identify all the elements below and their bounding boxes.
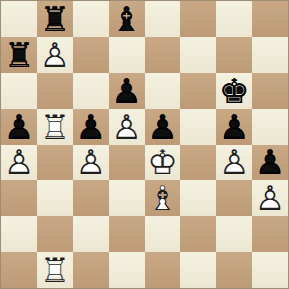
square-c2[interactable] (73, 216, 109, 252)
square-d4[interactable] (109, 145, 145, 181)
square-a6[interactable] (1, 73, 37, 109)
square-f8[interactable] (180, 1, 216, 37)
white-pawn-outline-icon: ♙ (216, 145, 252, 181)
white-pawn-outline-icon: ♙ (37, 37, 73, 73)
square-e3[interactable]: ♝♗ (145, 180, 181, 216)
square-f2[interactable] (180, 216, 216, 252)
square-d7[interactable] (109, 37, 145, 73)
square-d6[interactable]: ♟♙ (109, 73, 145, 109)
square-c8[interactable] (73, 1, 109, 37)
chess-board: ♜♖♝♗♜♖♟♙♟♙♚♔♟♙♜♖♟♙♟♙♟♙♟♙♟♙♟♙♚♔♟♙♟♙♝♗♟♙♜♖ (0, 0, 289, 289)
black-pawn-outline-icon: ♙ (109, 73, 145, 109)
square-g1[interactable] (216, 252, 252, 288)
piece-white-pawn: ♟♙ (252, 180, 288, 216)
white-king-outline-icon: ♔ (145, 145, 181, 181)
black-pawn-outline-icon: ♙ (252, 145, 288, 181)
square-a4[interactable]: ♟♙ (1, 145, 37, 181)
square-f7[interactable] (180, 37, 216, 73)
piece-black-rook: ♜♖ (1, 37, 37, 73)
square-b1[interactable]: ♜♖ (37, 252, 73, 288)
black-rook-outline-icon: ♖ (37, 1, 73, 37)
square-e2[interactable] (145, 216, 181, 252)
square-c3[interactable] (73, 180, 109, 216)
white-rook-outline-icon: ♖ (37, 109, 73, 145)
square-a8[interactable] (1, 1, 37, 37)
square-g5[interactable]: ♟♙ (216, 109, 252, 145)
square-e8[interactable] (145, 1, 181, 37)
square-h3[interactable]: ♟♙ (252, 180, 288, 216)
square-f6[interactable] (180, 73, 216, 109)
square-d1[interactable] (109, 252, 145, 288)
white-rook-outline-icon: ♖ (37, 252, 73, 288)
square-g8[interactable] (216, 1, 252, 37)
piece-white-bishop: ♝♗ (145, 180, 181, 216)
piece-black-king: ♚♔ (216, 73, 252, 109)
square-b5[interactable]: ♜♖ (37, 109, 73, 145)
piece-black-pawn: ♟♙ (1, 109, 37, 145)
square-a1[interactable] (1, 252, 37, 288)
square-e4[interactable]: ♚♔ (145, 145, 181, 181)
square-d3[interactable] (109, 180, 145, 216)
black-pawn-outline-icon: ♙ (216, 109, 252, 145)
square-a5[interactable]: ♟♙ (1, 109, 37, 145)
piece-white-pawn: ♟♙ (37, 37, 73, 73)
square-a7[interactable]: ♜♖ (1, 37, 37, 73)
square-h4[interactable]: ♟♙ (252, 145, 288, 181)
piece-white-pawn: ♟♙ (109, 109, 145, 145)
white-bishop-outline-icon: ♗ (145, 180, 181, 216)
square-a2[interactable] (1, 216, 37, 252)
square-f3[interactable] (180, 180, 216, 216)
piece-black-pawn: ♟♙ (145, 109, 181, 145)
square-c1[interactable] (73, 252, 109, 288)
square-b4[interactable] (37, 145, 73, 181)
black-pawn-outline-icon: ♙ (145, 109, 181, 145)
piece-white-rook: ♜♖ (37, 252, 73, 288)
black-pawn-outline-icon: ♙ (1, 109, 37, 145)
square-f1[interactable] (180, 252, 216, 288)
square-h6[interactable] (252, 73, 288, 109)
square-b6[interactable] (37, 73, 73, 109)
square-a3[interactable] (1, 180, 37, 216)
square-h2[interactable] (252, 216, 288, 252)
white-pawn-outline-icon: ♙ (252, 180, 288, 216)
square-d5[interactable]: ♟♙ (109, 109, 145, 145)
square-e6[interactable] (145, 73, 181, 109)
piece-black-pawn: ♟♙ (109, 73, 145, 109)
black-pawn-outline-icon: ♙ (73, 109, 109, 145)
square-h7[interactable] (252, 37, 288, 73)
square-e7[interactable] (145, 37, 181, 73)
square-c4[interactable]: ♟♙ (73, 145, 109, 181)
piece-white-pawn: ♟♙ (1, 145, 37, 181)
square-c7[interactable] (73, 37, 109, 73)
piece-white-pawn: ♟♙ (73, 145, 109, 181)
square-g7[interactable] (216, 37, 252, 73)
piece-black-pawn: ♟♙ (73, 109, 109, 145)
square-b8[interactable]: ♜♖ (37, 1, 73, 37)
square-d2[interactable] (109, 216, 145, 252)
white-pawn-outline-icon: ♙ (73, 145, 109, 181)
square-e5[interactable]: ♟♙ (145, 109, 181, 145)
piece-black-rook: ♜♖ (37, 1, 73, 37)
piece-white-pawn: ♟♙ (216, 145, 252, 181)
piece-white-rook: ♜♖ (37, 109, 73, 145)
square-b3[interactable] (37, 180, 73, 216)
piece-black-pawn: ♟♙ (252, 145, 288, 181)
square-c5[interactable]: ♟♙ (73, 109, 109, 145)
square-d8[interactable]: ♝♗ (109, 1, 145, 37)
piece-white-king: ♚♔ (145, 145, 181, 181)
square-c6[interactable] (73, 73, 109, 109)
square-b2[interactable] (37, 216, 73, 252)
square-h1[interactable] (252, 252, 288, 288)
square-g3[interactable] (216, 180, 252, 216)
square-g6[interactable]: ♚♔ (216, 73, 252, 109)
piece-black-bishop: ♝♗ (109, 1, 145, 37)
square-h8[interactable] (252, 1, 288, 37)
black-king-outline-icon: ♔ (216, 73, 252, 109)
square-f5[interactable] (180, 109, 216, 145)
square-e1[interactable] (145, 252, 181, 288)
black-rook-outline-icon: ♖ (1, 37, 37, 73)
square-h5[interactable] (252, 109, 288, 145)
square-g2[interactable] (216, 216, 252, 252)
square-f4[interactable] (180, 145, 216, 181)
white-pawn-outline-icon: ♙ (109, 109, 145, 145)
piece-black-pawn: ♟♙ (216, 109, 252, 145)
square-g4[interactable]: ♟♙ (216, 145, 252, 181)
white-pawn-outline-icon: ♙ (1, 145, 37, 181)
black-bishop-outline-icon: ♗ (109, 1, 145, 37)
square-b7[interactable]: ♟♙ (37, 37, 73, 73)
